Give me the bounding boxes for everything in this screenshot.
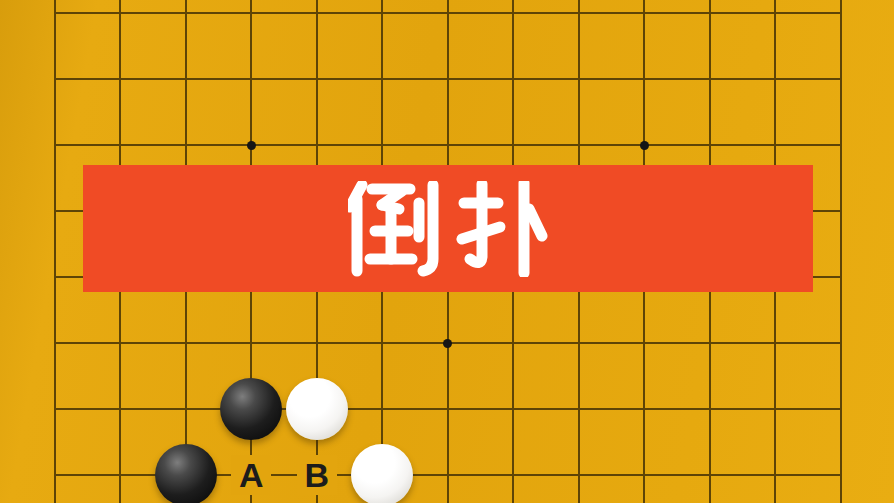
glyph-dao bbox=[350, 185, 433, 271]
board-cell bbox=[350, 442, 416, 503]
board-cell bbox=[350, 0, 416, 46]
board-cell bbox=[808, 442, 874, 503]
board-cell bbox=[808, 178, 874, 244]
board-cell bbox=[415, 310, 481, 376]
white-stone bbox=[351, 444, 413, 503]
board-cell bbox=[22, 112, 88, 178]
go-problem-scene: AB 倒 扑 bbox=[0, 0, 894, 503]
banner-title-glyphs bbox=[348, 181, 548, 277]
black-stone bbox=[155, 444, 217, 503]
board-cell bbox=[22, 0, 88, 46]
board-cell bbox=[612, 46, 678, 112]
board-cell bbox=[743, 310, 809, 376]
board-cell bbox=[546, 46, 612, 112]
point-label-A[interactable]: A bbox=[231, 455, 271, 495]
board-cell bbox=[481, 310, 547, 376]
board-cell bbox=[219, 46, 285, 112]
star-point bbox=[640, 141, 649, 150]
board-cell bbox=[677, 376, 743, 442]
board-cell bbox=[88, 376, 154, 442]
board-cell bbox=[284, 310, 350, 376]
star-point bbox=[247, 141, 256, 150]
board-cell bbox=[743, 376, 809, 442]
board-cell bbox=[808, 46, 874, 112]
board-cell bbox=[284, 46, 350, 112]
board-cell bbox=[284, 0, 350, 46]
board-cell bbox=[153, 442, 219, 503]
point-label-B[interactable]: B bbox=[297, 455, 337, 495]
board-cell bbox=[22, 376, 88, 442]
board-cell bbox=[88, 442, 154, 503]
board-cell bbox=[153, 376, 219, 442]
board-cell bbox=[677, 310, 743, 376]
board-cell bbox=[219, 0, 285, 46]
board-cell bbox=[219, 310, 285, 376]
board-cell bbox=[284, 376, 350, 442]
board-cell bbox=[88, 46, 154, 112]
board-cell bbox=[677, 46, 743, 112]
board-cell bbox=[22, 244, 88, 310]
board-cell bbox=[415, 0, 481, 46]
board-cell bbox=[22, 310, 88, 376]
white-stone bbox=[286, 378, 348, 440]
board-cell bbox=[808, 0, 874, 46]
board-cell bbox=[415, 442, 481, 503]
board-cell bbox=[808, 376, 874, 442]
board-cell bbox=[612, 442, 678, 503]
board-cell bbox=[350, 46, 416, 112]
board-cell bbox=[22, 178, 88, 244]
board-cell bbox=[153, 46, 219, 112]
board-cell: B bbox=[284, 442, 350, 503]
board-cell bbox=[743, 0, 809, 46]
board-cell bbox=[808, 244, 874, 310]
title-banner: 倒 扑 bbox=[83, 165, 813, 292]
board-cell bbox=[677, 442, 743, 503]
board-cell bbox=[481, 0, 547, 46]
board-cell bbox=[743, 46, 809, 112]
board-cell bbox=[677, 0, 743, 46]
board-cell bbox=[743, 442, 809, 503]
board-cell bbox=[350, 376, 416, 442]
glyph-pu bbox=[462, 183, 542, 273]
board-cell bbox=[415, 46, 481, 112]
board-cell bbox=[88, 0, 154, 46]
board-cell bbox=[612, 376, 678, 442]
board-cell bbox=[546, 376, 612, 442]
board-cell bbox=[415, 376, 481, 442]
board-cell bbox=[153, 0, 219, 46]
board-cell: A bbox=[219, 442, 285, 503]
board-cell bbox=[612, 310, 678, 376]
board-cell bbox=[808, 310, 874, 376]
board-cell bbox=[808, 112, 874, 178]
board-cell bbox=[546, 0, 612, 46]
board-cell bbox=[546, 442, 612, 503]
board-cell bbox=[22, 442, 88, 503]
board-cell bbox=[88, 310, 154, 376]
board-cell bbox=[481, 376, 547, 442]
black-stone bbox=[220, 378, 282, 440]
board-cell bbox=[22, 46, 88, 112]
board-cell bbox=[481, 442, 547, 503]
board-cell bbox=[546, 310, 612, 376]
board-cell bbox=[612, 0, 678, 46]
star-point bbox=[443, 339, 452, 348]
board-cell bbox=[153, 310, 219, 376]
board-cell bbox=[219, 376, 285, 442]
board-cell bbox=[350, 310, 416, 376]
board-cell bbox=[481, 46, 547, 112]
